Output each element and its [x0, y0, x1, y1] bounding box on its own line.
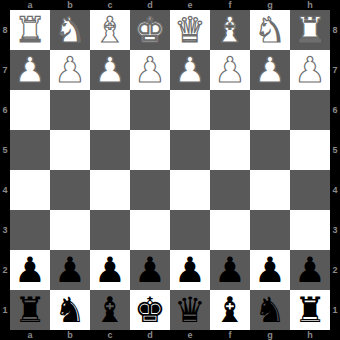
square-a7[interactable]: ♟	[10, 50, 50, 90]
square-h1[interactable]: ♜	[290, 290, 330, 330]
black-pawn[interactable]: ♟	[214, 250, 245, 290]
file-label-d: d	[130, 330, 170, 340]
file-label-c: c	[90, 330, 130, 340]
rank-label-3: 3	[330, 210, 340, 250]
white-bishop[interactable]: ♝	[94, 10, 125, 50]
square-g5[interactable]	[250, 130, 290, 170]
square-f1[interactable]: ♝	[210, 290, 250, 330]
square-a6[interactable]	[10, 90, 50, 130]
black-bishop[interactable]: ♝	[94, 290, 125, 330]
square-h4[interactable]	[290, 170, 330, 210]
white-pawn[interactable]: ♟	[214, 50, 245, 90]
square-a2[interactable]: ♟	[10, 250, 50, 290]
square-b8[interactable]: ♞	[50, 10, 90, 50]
file-label-f: f	[210, 0, 250, 10]
square-b7[interactable]: ♟	[50, 50, 90, 90]
black-bishop[interactable]: ♝	[214, 290, 245, 330]
rank-labels-right: 87654321	[330, 10, 340, 330]
black-queen[interactable]: ♛	[174, 290, 205, 330]
rank-label-5: 5	[330, 130, 340, 170]
white-rook[interactable]: ♜	[14, 10, 45, 50]
file-label-a: a	[10, 330, 50, 340]
square-h8[interactable]: ♜	[290, 10, 330, 50]
square-h7[interactable]: ♟	[290, 50, 330, 90]
square-e7[interactable]: ♟	[170, 50, 210, 90]
square-e4[interactable]	[170, 170, 210, 210]
square-g1[interactable]: ♞	[250, 290, 290, 330]
file-label-a: a	[10, 0, 50, 10]
square-c8[interactable]: ♝	[90, 10, 130, 50]
square-d5[interactable]	[130, 130, 170, 170]
rank-label-4: 4	[0, 170, 10, 210]
square-c1[interactable]: ♝	[90, 290, 130, 330]
square-h2[interactable]: ♟	[290, 250, 330, 290]
rank-label-8: 8	[0, 10, 10, 50]
square-f3[interactable]	[210, 210, 250, 250]
file-label-d: d	[130, 0, 170, 10]
white-pawn[interactable]: ♟	[174, 50, 205, 90]
square-f4[interactable]	[210, 170, 250, 210]
square-g2[interactable]: ♟	[250, 250, 290, 290]
rank-label-5: 5	[0, 130, 10, 170]
square-c6[interactable]	[90, 90, 130, 130]
square-c4[interactable]	[90, 170, 130, 210]
square-d1[interactable]: ♚	[130, 290, 170, 330]
square-b1[interactable]: ♞	[50, 290, 90, 330]
square-a3[interactable]	[10, 210, 50, 250]
black-knight[interactable]: ♞	[54, 290, 85, 330]
square-g8[interactable]: ♞	[250, 10, 290, 50]
file-label-g: g	[250, 330, 290, 340]
square-e1[interactable]: ♛	[170, 290, 210, 330]
square-f5[interactable]	[210, 130, 250, 170]
file-label-g: g	[250, 0, 290, 10]
file-labels-top: abcdefgh	[10, 0, 330, 10]
square-b2[interactable]: ♟	[50, 250, 90, 290]
black-rook[interactable]: ♜	[294, 290, 325, 330]
white-pawn[interactable]: ♟	[294, 50, 325, 90]
square-a8[interactable]: ♜	[10, 10, 50, 50]
square-b4[interactable]	[50, 170, 90, 210]
white-bishop[interactable]: ♝	[214, 10, 245, 50]
square-b6[interactable]	[50, 90, 90, 130]
square-h5[interactable]	[290, 130, 330, 170]
square-a4[interactable]	[10, 170, 50, 210]
square-g6[interactable]	[250, 90, 290, 130]
square-a1[interactable]: ♜	[10, 290, 50, 330]
square-d8[interactable]: ♚	[130, 10, 170, 50]
rank-label-7: 7	[330, 50, 340, 90]
square-e5[interactable]	[170, 130, 210, 170]
square-e8[interactable]: ♛	[170, 10, 210, 50]
black-pawn[interactable]: ♟	[14, 250, 45, 290]
rank-label-6: 6	[330, 90, 340, 130]
rank-label-2: 2	[330, 250, 340, 290]
square-c2[interactable]: ♟	[90, 250, 130, 290]
white-pawn[interactable]: ♟	[254, 50, 285, 90]
black-pawn[interactable]: ♟	[254, 250, 285, 290]
square-f6[interactable]	[210, 90, 250, 130]
square-f2[interactable]: ♟	[210, 250, 250, 290]
black-pawn[interactable]: ♟	[54, 250, 85, 290]
square-f7[interactable]: ♟	[210, 50, 250, 90]
square-h6[interactable]	[290, 90, 330, 130]
square-h3[interactable]	[290, 210, 330, 250]
square-g4[interactable]	[250, 170, 290, 210]
black-king[interactable]: ♚	[134, 290, 165, 330]
square-c3[interactable]	[90, 210, 130, 250]
black-pawn[interactable]: ♟	[94, 250, 125, 290]
rank-label-1: 1	[330, 290, 340, 330]
file-label-b: b	[50, 330, 90, 340]
square-d4[interactable]	[130, 170, 170, 210]
file-label-h: h	[290, 0, 330, 10]
rank-label-8: 8	[330, 10, 340, 50]
rank-labels-left: 87654321	[0, 10, 10, 330]
black-knight[interactable]: ♞	[254, 290, 285, 330]
square-b5[interactable]	[50, 130, 90, 170]
black-pawn[interactable]: ♟	[174, 250, 205, 290]
rank-label-7: 7	[0, 50, 10, 90]
square-f8[interactable]: ♝	[210, 10, 250, 50]
white-queen[interactable]: ♛	[174, 10, 205, 50]
white-knight[interactable]: ♞	[254, 10, 285, 50]
white-king[interactable]: ♚	[134, 10, 165, 50]
file-label-c: c	[90, 0, 130, 10]
white-knight[interactable]: ♞	[54, 10, 85, 50]
square-a5[interactable]	[10, 130, 50, 170]
square-g7[interactable]: ♟	[250, 50, 290, 90]
black-pawn[interactable]: ♟	[134, 250, 165, 290]
square-c7[interactable]: ♟	[90, 50, 130, 90]
square-d7[interactable]: ♟	[130, 50, 170, 90]
white-pawn[interactable]: ♟	[54, 50, 85, 90]
chessboard: abcdefgh abcdefgh 87654321 87654321 ♜♞♝♚…	[0, 0, 340, 340]
file-label-f: f	[210, 330, 250, 340]
rank-label-4: 4	[330, 170, 340, 210]
rank-label-3: 3	[0, 210, 10, 250]
square-c5[interactable]	[90, 130, 130, 170]
square-e6[interactable]	[170, 90, 210, 130]
file-label-h: h	[290, 330, 330, 340]
square-g3[interactable]	[250, 210, 290, 250]
rank-label-2: 2	[0, 250, 10, 290]
file-labels-bottom: abcdefgh	[10, 330, 330, 340]
file-label-e: e	[170, 0, 210, 10]
square-d2[interactable]: ♟	[130, 250, 170, 290]
square-d3[interactable]	[130, 210, 170, 250]
white-rook[interactable]: ♜	[294, 10, 325, 50]
square-e3[interactable]	[170, 210, 210, 250]
board-grid: ♜♞♝♚♛♝♞♜♟♟♟♟♟♟♟♟♟♟♟♟♟♟♟♟♜♞♝♚♛♝♞♜	[10, 10, 330, 330]
white-pawn[interactable]: ♟	[134, 50, 165, 90]
black-pawn[interactable]: ♟	[294, 250, 325, 290]
square-e2[interactable]: ♟	[170, 250, 210, 290]
square-d6[interactable]	[130, 90, 170, 130]
white-pawn[interactable]: ♟	[94, 50, 125, 90]
file-label-e: e	[170, 330, 210, 340]
file-label-b: b	[50, 0, 90, 10]
rank-label-1: 1	[0, 290, 10, 330]
white-pawn[interactable]: ♟	[14, 50, 45, 90]
black-rook[interactable]: ♜	[14, 290, 45, 330]
square-b3[interactable]	[50, 210, 90, 250]
rank-label-6: 6	[0, 90, 10, 130]
